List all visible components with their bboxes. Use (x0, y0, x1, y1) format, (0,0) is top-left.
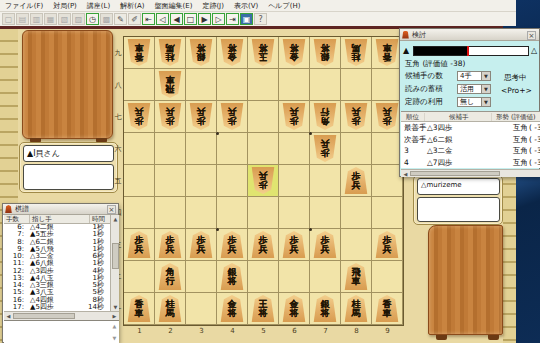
setting-label: 候補手の数 (405, 71, 457, 81)
scrollbar-thumb[interactable] (112, 243, 119, 269)
board-cell[interactable]: 金将 (279, 37, 310, 69)
board-cell[interactable]: 角行 (155, 261, 186, 293)
copy-button[interactable]: ▧ (58, 13, 71, 25)
board-cell[interactable] (186, 133, 217, 165)
board-cell[interactable]: 桂馬 (155, 293, 186, 325)
setting-label: 読みの蓄積 (405, 84, 457, 94)
shogi-piece-gote[interactable]: 金将 (220, 295, 244, 322)
shogi-piece-sente[interactable]: 角行 (313, 103, 337, 130)
analysis-window-title: 検討 (412, 30, 426, 40)
forward-10-button[interactable]: ▷ (212, 13, 225, 25)
file-label: 2 (155, 327, 186, 335)
kifu-window-title: 棋譜 (15, 204, 29, 214)
board-cell[interactable]: 桂馬 (341, 293, 372, 325)
board-cell[interactable]: 桂馬 (341, 37, 372, 69)
shogi-piece-gote[interactable]: 桂馬 (344, 295, 368, 322)
file-label: 7 (310, 327, 341, 335)
shogi-piece-gote[interactable]: 歩兵 (344, 167, 368, 194)
board-cell[interactable]: 歩兵 (310, 133, 341, 165)
shogi-piece-sente[interactable]: 桂馬 (344, 39, 368, 66)
joseki-panel: △murizeme (413, 175, 503, 225)
menu-item[interactable]: 講座(L) (82, 1, 115, 11)
shogi-piece-sente[interactable]: 飛車 (158, 71, 182, 98)
board-cell[interactable]: 飛車 (341, 261, 372, 293)
candidate-table: 順位 候補手 形勢 (評価値) 最善手△3四歩互角( -38)次善手△6二銀互角… (401, 111, 540, 168)
board-cell[interactable] (279, 261, 310, 293)
shogi-piece-sente[interactable]: 歩兵 (220, 103, 244, 130)
board-cell[interactable] (248, 197, 279, 229)
scroll-left-icon[interactable]: ◀ (401, 170, 410, 178)
board-cell[interactable]: 歩兵 (341, 165, 372, 197)
forward-1-button[interactable]: ▶ (198, 13, 211, 25)
board-cell[interactable]: 歩兵 (217, 101, 248, 133)
menu-item[interactable]: 定跡(J) (197, 1, 229, 11)
shogi-board: 香車桂馬銀将金将玉将金将銀将桂馬香車飛車歩兵歩兵歩兵歩兵歩兵角行歩兵歩兵歩兵歩兵… (123, 36, 404, 326)
setting-dropdown[interactable]: 4手▼ (457, 71, 491, 81)
kifu-vertical-scrollbar[interactable]: ▲ ▼ (110, 215, 119, 311)
board-cell[interactable] (341, 69, 372, 101)
sente-captured-box (23, 164, 114, 190)
shogi-piece-gote[interactable]: 香車 (375, 295, 399, 322)
col-rank: 順位 (406, 113, 419, 122)
shogi-piece-gote[interactable]: 銀将 (313, 295, 337, 322)
file-label: 1 (124, 327, 155, 335)
star-point (309, 132, 312, 135)
board-cell[interactable] (186, 165, 217, 197)
board-cell[interactable] (155, 197, 186, 229)
menu-item[interactable]: 対局(P) (48, 1, 82, 11)
board-cell[interactable] (124, 69, 155, 101)
scroll-right-icon[interactable]: ▶ (110, 312, 119, 320)
board-cell[interactable] (341, 229, 372, 261)
shogi-piece-sente[interactable]: 歩兵 (313, 135, 337, 162)
file-label: 3 (186, 327, 217, 335)
kifu-comment-box[interactable]: ▲ ▼ (4, 320, 119, 343)
col-candidate: 候補手 (449, 113, 469, 122)
kifu-horizontal-scrollbar[interactable]: ◀ ▶ (4, 311, 119, 320)
kifu-row[interactable]: 17:▲5四歩14秒 (4, 304, 110, 311)
board-cell[interactable]: 桂馬 (155, 37, 186, 69)
board-cell[interactable] (372, 197, 403, 229)
board-cell[interactable]: 銀将 (217, 261, 248, 293)
col-move: 指し手 (30, 215, 90, 223)
file-label: 5 (248, 327, 279, 335)
shogi-piece-gote[interactable]: 王将 (251, 295, 275, 322)
jump-start-button[interactable]: ⇤ (142, 13, 155, 25)
shogi-piece-gote[interactable]: 桂馬 (158, 295, 182, 322)
toolbar: ▢▤▥▦▧▨◷▩✎✐⇤◁◀□▶▷⇥▣? (0, 12, 516, 26)
evaluation-bar-black-fill (414, 47, 468, 55)
menu-item[interactable]: 表示(V) (229, 1, 263, 11)
board-cell[interactable]: 香車 (124, 37, 155, 69)
scroll-down-icon[interactable]: ▼ (111, 303, 120, 311)
gote-piece-stand[interactable] (428, 225, 503, 335)
shogi-piece-sente[interactable]: 歩兵 (189, 103, 213, 130)
shogi-piece-icon (5, 205, 12, 213)
shogi-piece-gote[interactable]: 歩兵 (375, 231, 399, 258)
board-cell[interactable]: 歩兵 (155, 229, 186, 261)
kifu-edit-button[interactable]: ✐ (128, 13, 141, 25)
board-cell[interactable] (124, 261, 155, 293)
board-cell[interactable] (310, 261, 341, 293)
board-cell[interactable] (248, 261, 279, 293)
shogi-piece-gote[interactable]: 香車 (127, 295, 151, 322)
board-cell[interactable]: 歩兵 (186, 101, 217, 133)
analysis-window-button[interactable]: ▣ (240, 13, 253, 25)
scroll-left-icon[interactable]: ◀ (4, 312, 13, 320)
board-cell[interactable] (279, 69, 310, 101)
shogi-piece-icon (402, 31, 409, 39)
stand-foot (488, 335, 499, 340)
gote-eval-marker: △ (531, 46, 537, 55)
menu-item[interactable]: ヘルプ(H) (263, 1, 305, 11)
board-cell[interactable] (186, 197, 217, 229)
board-cell[interactable] (279, 197, 310, 229)
board-cell[interactable]: 王将 (248, 293, 279, 325)
sente-piece-stand[interactable] (22, 30, 113, 139)
board-cell[interactable]: 歩兵 (248, 229, 279, 261)
chevron-down-icon[interactable]: ▼ (481, 85, 490, 93)
star-point (309, 228, 312, 231)
board-cell[interactable] (155, 133, 186, 165)
file-label: 6 (279, 327, 310, 335)
shogi-piece-sente[interactable]: 歩兵 (251, 167, 275, 194)
shogi-piece-sente[interactable]: 桂馬 (158, 39, 182, 66)
star-point (216, 228, 219, 231)
open-kifu-button[interactable]: ▤ (16, 13, 29, 25)
menu-bar: ファイル(F)対局(P)講座(L)解析(A)盤面編集(E)定跡(J)表示(V)ヘ… (0, 0, 516, 12)
board-cell[interactable]: 歩兵 (124, 229, 155, 261)
menu-item[interactable]: 解析(A) (115, 1, 149, 11)
menu-item[interactable]: ファイル(F) (0, 1, 48, 11)
file-label: 8 (341, 327, 372, 335)
kifu-titlebar[interactable]: 棋譜 (3, 204, 118, 215)
setting-dropdown[interactable]: 活用▼ (457, 84, 491, 94)
board-cell[interactable] (124, 197, 155, 229)
shogi-piece-gote[interactable]: 銀将 (220, 263, 244, 290)
engine-level: <Pro+> (501, 86, 532, 95)
board-cell[interactable] (248, 133, 279, 165)
shogi-piece-sente[interactable]: 金将 (220, 39, 244, 66)
shogi-piece-sente[interactable]: 銀将 (189, 39, 213, 66)
kifu-window: 棋譜 × 手数 指し手 時間 6:△4二銀1秒7:▲5五歩1秒8:△6二銀1秒9… (2, 203, 119, 343)
board-cell[interactable]: 歩兵 (279, 101, 310, 133)
shogi-piece-sente[interactable]: 玉将 (251, 39, 275, 66)
analysis-window: 検討 × ▲ △ 互角 (評価値 -38) 候補手の数4手▼読みの蓄積活用▼定跡… (399, 28, 540, 177)
close-icon[interactable]: × (527, 31, 536, 40)
col-time: 時間 (90, 215, 110, 223)
shogi-piece-gote[interactable]: 歩兵 (158, 231, 182, 258)
sente-player-name: ▲I貝さん (23, 145, 114, 162)
shogi-piece-gote[interactable]: 歩兵 (282, 231, 306, 258)
board-cell[interactable] (124, 133, 155, 165)
board-cell[interactable] (217, 165, 248, 197)
candidate-row[interactable]: 最善手△3四歩互角( -38) (401, 122, 540, 134)
rank-label: 八 (113, 69, 123, 101)
joseki-name-box: △murizeme (417, 178, 500, 195)
board-cell[interactable] (217, 197, 248, 229)
setting-dropdown[interactable]: 無し▼ (457, 97, 491, 107)
shogi-piece-gote[interactable]: 歩兵 (189, 231, 213, 258)
shogi-piece-sente[interactable]: 歩兵 (282, 103, 306, 130)
file-label: 9 (372, 327, 403, 335)
player-name-panel: ▲I貝さん (19, 142, 118, 193)
shogi-piece-gote[interactable]: 歩兵 (127, 231, 151, 258)
shogi-piece-gote[interactable]: 角行 (158, 263, 182, 290)
sente-eval-marker: ▲ (403, 46, 409, 55)
analysis-setting: 定跡の利用無し▼ (405, 96, 500, 108)
close-icon[interactable]: × (107, 205, 116, 214)
paste-button[interactable]: ▨ (72, 13, 85, 25)
col-evaluation: 形勢 (評価値) (496, 113, 536, 122)
analysis-horizontal-scrollbar[interactable]: ◀ (401, 169, 540, 177)
chevron-down-icon[interactable]: ▼ (481, 72, 490, 80)
shogi-app-window: ファイル(F)対局(P)講座(L)解析(A)盤面編集(E)定跡(J)表示(V)ヘ… (0, 0, 540, 343)
col-move-number: 手数 (4, 215, 30, 223)
board-cell[interactable]: 歩兵 (279, 229, 310, 261)
edit-mode-button[interactable]: ▩ (100, 13, 113, 25)
analysis-titlebar[interactable]: 検討 (400, 29, 539, 41)
board-cell[interactable]: 歩兵 (310, 229, 341, 261)
board-cell[interactable]: 香車 (124, 293, 155, 325)
shogi-piece-gote[interactable]: 歩兵 (313, 231, 337, 258)
board-cell[interactable]: 歩兵 (341, 101, 372, 133)
chevron-down-icon[interactable]: ▼ (481, 98, 490, 106)
rank-label: 九 (113, 37, 123, 69)
board-cell[interactable] (310, 197, 341, 229)
stand-foot (436, 335, 447, 340)
back-10-button[interactable]: ◁ (156, 13, 169, 25)
shogi-piece-gote[interactable]: 歩兵 (220, 231, 244, 258)
board-cell[interactable]: 歩兵 (217, 229, 248, 261)
help-button[interactable]: ? (254, 13, 267, 25)
board-cell[interactable] (310, 69, 341, 101)
candidate-row[interactable]: 3△3二金互角( -30) (401, 145, 540, 157)
kifu-move-list: 6:△4二銀1秒7:▲5五歩1秒8:△6二銀1秒9:▲5八飛1秒10:△3二金6… (4, 224, 110, 311)
shogi-piece-gote[interactable]: 歩兵 (251, 231, 275, 258)
board-cell[interactable]: 玉将 (248, 37, 279, 69)
board-cell[interactable] (217, 133, 248, 165)
back-1-button[interactable]: ◀ (170, 13, 183, 25)
board-cell[interactable]: 歩兵 (155, 101, 186, 133)
board-cell[interactable]: 歩兵 (248, 165, 279, 197)
shogi-piece-sente[interactable]: 銀将 (313, 39, 337, 66)
scrollbar-thumb[interactable] (13, 313, 75, 319)
scroll-up-icon[interactable]: ▲ (110, 322, 119, 330)
rank-label: 五 (113, 165, 123, 197)
board-cell[interactable]: 香車 (372, 293, 403, 325)
rank-label: 七 (113, 101, 123, 133)
shogi-piece-sente[interactable]: 香車 (375, 39, 399, 66)
analysis-setting: 読みの蓄積活用▼ (405, 83, 500, 95)
scrollbar-thumb[interactable] (410, 171, 500, 176)
board-cell[interactable] (279, 165, 310, 197)
board-cell[interactable]: 歩兵 (186, 229, 217, 261)
menu-item[interactable]: 盤面編集(E) (149, 1, 197, 11)
analysis-setting: 候補手の数4手▼ (405, 70, 500, 82)
shogi-piece-sente[interactable]: 歩兵 (375, 103, 399, 130)
thinking-status: 思考中 (504, 73, 527, 83)
board-cell[interactable] (341, 197, 372, 229)
board-cell[interactable] (217, 69, 248, 101)
board-cell[interactable]: 銀将 (310, 37, 341, 69)
board-cell[interactable] (155, 165, 186, 197)
rank-label: 六 (113, 133, 123, 165)
board-cell[interactable] (124, 165, 155, 197)
star-point (216, 132, 219, 135)
board-cell[interactable] (372, 261, 403, 293)
evaluation-bar-marker (467, 46, 469, 56)
shogi-piece-sente[interactable]: 香車 (127, 39, 151, 66)
board-cell[interactable] (186, 69, 217, 101)
scroll-up-icon[interactable]: ▲ (111, 215, 120, 223)
candidate-row[interactable]: 次善手△6二銀互角( -30) (401, 134, 540, 146)
board-cell[interactable] (186, 293, 217, 325)
candidate-table-header: 順位 候補手 形勢 (評価値) (401, 112, 540, 122)
kifu-header: 手数 指し手 時間 (4, 215, 110, 224)
board-cell[interactable]: 金将 (217, 37, 248, 69)
shogi-piece-gote[interactable]: 飛車 (344, 263, 368, 290)
board-cell[interactable]: 歩兵 (372, 229, 403, 261)
shogi-piece-gote[interactable]: 金将 (282, 295, 306, 322)
board-cell[interactable]: 金将 (279, 293, 310, 325)
shogi-piece-sente[interactable]: 歩兵 (344, 103, 368, 130)
save-kifu-button[interactable]: ▥ (30, 13, 43, 25)
board-cell[interactable]: 金将 (217, 293, 248, 325)
board-cell[interactable] (341, 133, 372, 165)
evaluation-text: 互角 (評価値 -38) (405, 59, 465, 69)
board-cell[interactable]: 飛車 (155, 69, 186, 101)
candidate-row[interactable]: 4△7四歩互角( -30) (401, 157, 540, 169)
shogi-piece-sente[interactable]: 歩兵 (158, 103, 182, 130)
setting-label: 定跡の利用 (405, 97, 457, 107)
shogi-piece-sente[interactable]: 金将 (282, 39, 306, 66)
board-cell[interactable] (279, 133, 310, 165)
scroll-down-icon[interactable]: ▼ (110, 334, 119, 342)
board-cell[interactable]: 歩兵 (124, 101, 155, 133)
board-cell[interactable]: 角行 (310, 101, 341, 133)
evaluation-bar (413, 46, 529, 56)
board-cell[interactable] (248, 101, 279, 133)
stop-button[interactable]: □ (184, 13, 197, 25)
joseki-comment-box (417, 197, 500, 222)
candidate-rows: 最善手△3四歩互角( -38)次善手△6二銀互角( -30)3△3二金互角( -… (401, 122, 540, 168)
kifu-input-button[interactable]: ✎ (114, 13, 127, 25)
new-kifu-button[interactable]: ▢ (2, 13, 15, 25)
board-grid: 香車桂馬銀将金将玉将金将銀将桂馬香車飛車歩兵歩兵歩兵歩兵歩兵角行歩兵歩兵歩兵歩兵… (124, 37, 403, 325)
board-cell[interactable] (310, 165, 341, 197)
board-cell[interactable] (186, 261, 217, 293)
print-button[interactable]: ▦ (44, 13, 57, 25)
clock-button[interactable]: ◷ (86, 13, 99, 25)
board-cell[interactable] (248, 69, 279, 101)
jump-end-button[interactable]: ⇥ (226, 13, 239, 25)
board-cell[interactable]: 銀将 (186, 37, 217, 69)
shogi-piece-sente[interactable]: 歩兵 (127, 103, 151, 130)
file-label: 4 (217, 327, 248, 335)
board-cell[interactable]: 銀将 (310, 293, 341, 325)
